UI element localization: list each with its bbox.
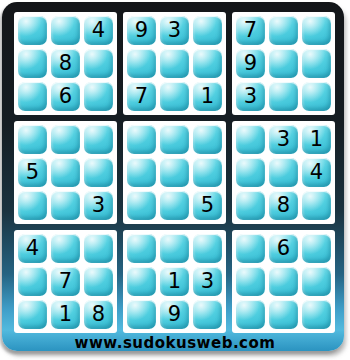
sudoku-page: 4869371793535314847181396 www.sudokusweb…	[0, 0, 350, 360]
cell-r2c5[interactable]	[160, 49, 189, 78]
box-2: 9371	[123, 12, 226, 115]
cell-r9c4[interactable]	[127, 300, 156, 329]
cell-r7c3[interactable]	[84, 234, 113, 263]
cell-r1c3: 4	[84, 16, 113, 45]
cell-r9c1[interactable]	[18, 300, 47, 329]
cell-r7c4[interactable]	[127, 234, 156, 263]
cell-r3c3[interactable]	[84, 82, 113, 111]
cell-r1c8[interactable]	[269, 16, 298, 45]
cell-r1c9[interactable]	[302, 16, 331, 45]
cell-r1c4: 9	[127, 16, 156, 45]
cell-r6c2[interactable]	[51, 191, 80, 220]
box-1: 486	[14, 12, 117, 115]
cell-r6c6: 5	[193, 191, 222, 220]
cell-r3c2: 6	[51, 82, 80, 111]
cell-r7c1: 4	[18, 234, 47, 263]
cell-r7c6[interactable]	[193, 234, 222, 263]
cell-r5c6[interactable]	[193, 158, 222, 187]
cell-r8c5: 1	[160, 267, 189, 296]
cell-r5c4[interactable]	[127, 158, 156, 187]
cell-r3c5[interactable]	[160, 82, 189, 111]
cell-r5c7[interactable]	[236, 158, 265, 187]
cell-r6c8: 8	[269, 191, 298, 220]
box-5: 5	[123, 121, 226, 224]
cell-r2c1[interactable]	[18, 49, 47, 78]
cell-r9c3: 8	[84, 300, 113, 329]
cell-r1c7: 7	[236, 16, 265, 45]
cell-r4c1[interactable]	[18, 125, 47, 154]
cell-r3c7: 3	[236, 82, 265, 111]
cell-r2c8[interactable]	[269, 49, 298, 78]
cell-r6c1[interactable]	[18, 191, 47, 220]
cell-r2c4[interactable]	[127, 49, 156, 78]
cell-r7c2[interactable]	[51, 234, 80, 263]
cell-r8c3[interactable]	[84, 267, 113, 296]
cell-r8c9[interactable]	[302, 267, 331, 296]
cell-r8c7[interactable]	[236, 267, 265, 296]
cell-r6c7[interactable]	[236, 191, 265, 220]
cell-r1c5: 3	[160, 16, 189, 45]
cell-r3c1[interactable]	[18, 82, 47, 111]
sudoku-board: 4869371793535314847181396	[14, 12, 335, 333]
cell-r2c3[interactable]	[84, 49, 113, 78]
cell-r8c6: 3	[193, 267, 222, 296]
cell-r3c9[interactable]	[302, 82, 331, 111]
cell-r3c8[interactable]	[269, 82, 298, 111]
cell-r4c6[interactable]	[193, 125, 222, 154]
cell-r6c9[interactable]	[302, 191, 331, 220]
box-7: 4718	[14, 230, 117, 333]
cell-r4c5[interactable]	[160, 125, 189, 154]
cell-r5c5[interactable]	[160, 158, 189, 187]
cell-r8c8[interactable]	[269, 267, 298, 296]
cell-r1c6[interactable]	[193, 16, 222, 45]
cell-r7c8: 6	[269, 234, 298, 263]
cell-r4c7[interactable]	[236, 125, 265, 154]
cell-r9c2: 1	[51, 300, 80, 329]
cell-r2c7: 9	[236, 49, 265, 78]
box-9: 6	[232, 230, 335, 333]
cell-r5c1: 5	[18, 158, 47, 187]
cell-r4c8: 3	[269, 125, 298, 154]
cell-r9c7[interactable]	[236, 300, 265, 329]
cell-r6c5[interactable]	[160, 191, 189, 220]
box-4: 53	[14, 121, 117, 224]
cell-r4c9: 1	[302, 125, 331, 154]
cell-r3c4: 7	[127, 82, 156, 111]
cell-r9c9[interactable]	[302, 300, 331, 329]
cell-r7c5[interactable]	[160, 234, 189, 263]
cell-r4c2[interactable]	[51, 125, 80, 154]
cell-r1c2[interactable]	[51, 16, 80, 45]
cell-r6c3: 3	[84, 191, 113, 220]
cell-r6c4[interactable]	[127, 191, 156, 220]
cell-r9c8[interactable]	[269, 300, 298, 329]
cell-r1c1[interactable]	[18, 16, 47, 45]
footer-url[interactable]: www.sudokusweb.com	[0, 334, 350, 352]
cell-r9c6[interactable]	[193, 300, 222, 329]
cell-r2c9[interactable]	[302, 49, 331, 78]
box-6: 3148	[232, 121, 335, 224]
cell-r8c4[interactable]	[127, 267, 156, 296]
cell-r5c2[interactable]	[51, 158, 80, 187]
cell-r2c2: 8	[51, 49, 80, 78]
cell-r5c9: 4	[302, 158, 331, 187]
cell-r8c1[interactable]	[18, 267, 47, 296]
cell-r7c9[interactable]	[302, 234, 331, 263]
cell-r4c3[interactable]	[84, 125, 113, 154]
cell-r8c2: 7	[51, 267, 80, 296]
cell-r5c3[interactable]	[84, 158, 113, 187]
cell-r3c6: 1	[193, 82, 222, 111]
box-8: 139	[123, 230, 226, 333]
cell-r4c4[interactable]	[127, 125, 156, 154]
cell-r5c8[interactable]	[269, 158, 298, 187]
box-3: 793	[232, 12, 335, 115]
cell-r9c5: 9	[160, 300, 189, 329]
cell-r2c6[interactable]	[193, 49, 222, 78]
cell-r7c7[interactable]	[236, 234, 265, 263]
